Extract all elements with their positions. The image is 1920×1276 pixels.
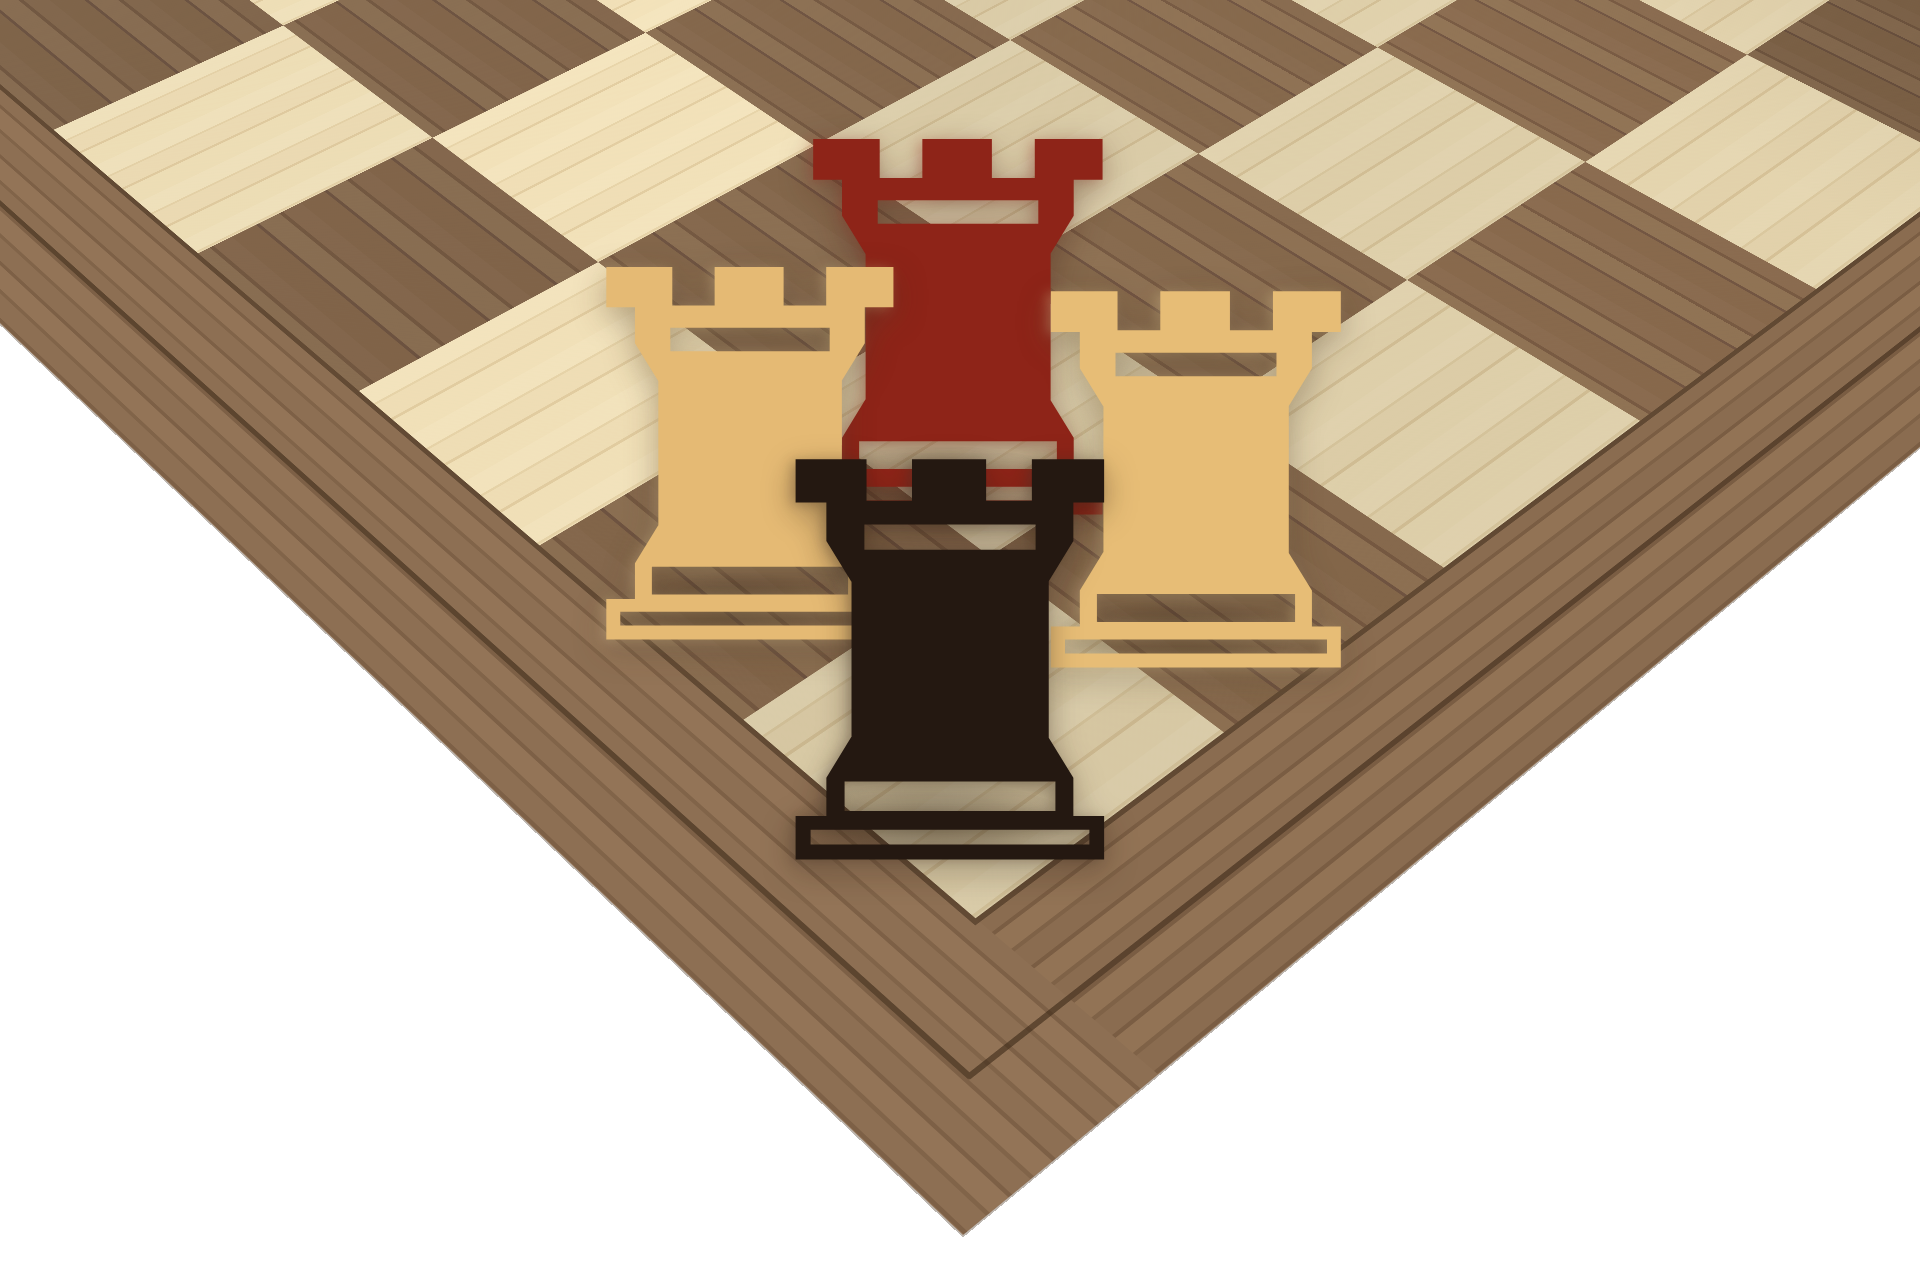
photo-stage: ♜♜♜♜ <box>0 0 1920 1276</box>
rook-glyph: ♜ <box>704 395 1195 943</box>
piece-rook-h1[interactable]: ♜ <box>704 395 1195 943</box>
